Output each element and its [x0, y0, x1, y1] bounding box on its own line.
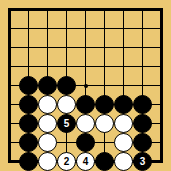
black-stone: 5: [57, 114, 76, 133]
move-number-label: 3: [140, 157, 146, 167]
black-stone: 3: [133, 152, 152, 171]
white-stone: [114, 114, 133, 133]
white-stone: [114, 152, 133, 171]
white-stone: [76, 114, 95, 133]
black-stone: [114, 95, 133, 114]
white-stone: 2: [57, 152, 76, 171]
white-stone: [95, 114, 114, 133]
black-stone: [19, 152, 38, 171]
go-board-diagram: 5243: [0, 0, 171, 171]
white-stone: [114, 133, 133, 152]
black-stone: [76, 95, 95, 114]
white-stone: [38, 95, 57, 114]
star-point: [84, 84, 88, 88]
grid-line-vertical: [104, 10, 105, 162]
white-stone: [57, 95, 76, 114]
move-number-label: 2: [64, 157, 70, 167]
black-stone: [133, 95, 152, 114]
white-stone: [38, 133, 57, 152]
white-stone: [38, 114, 57, 133]
black-stone: [95, 95, 114, 114]
black-stone: [19, 76, 38, 95]
black-stone: [76, 133, 95, 152]
black-stone: [133, 114, 152, 133]
black-stone: [95, 152, 114, 171]
black-stone: [19, 114, 38, 133]
go-board[interactable]: 5243: [0, 0, 171, 171]
black-stone: [38, 76, 57, 95]
black-stone: [19, 133, 38, 152]
move-number-label: 4: [83, 157, 89, 167]
black-stone: [57, 76, 76, 95]
black-stone: [133, 133, 152, 152]
black-stone: [19, 95, 38, 114]
move-number-label: 5: [64, 119, 70, 129]
white-stone: 4: [76, 152, 95, 171]
white-stone: [38, 152, 57, 171]
